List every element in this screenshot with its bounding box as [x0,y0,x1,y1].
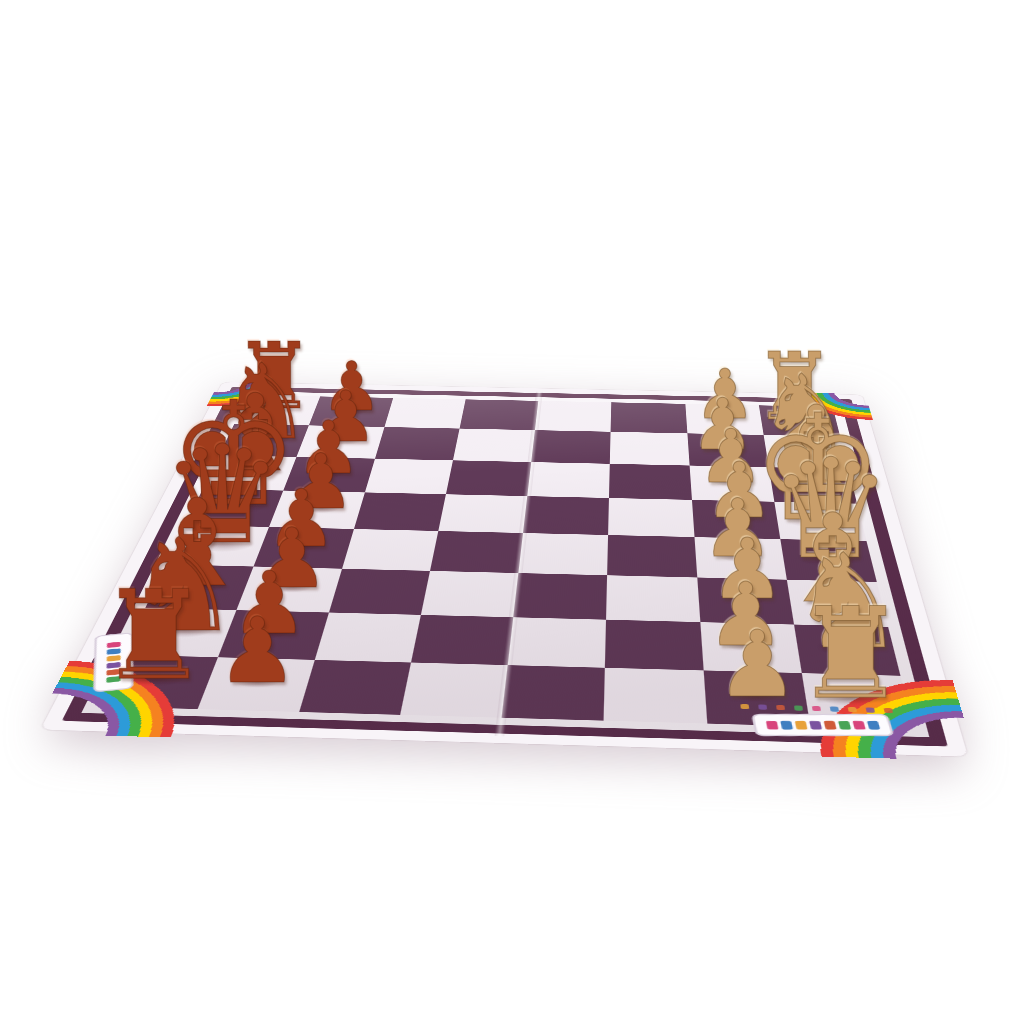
piece-black-rook: ♜ [99,575,209,698]
piece-black-pawn: ♟ [217,606,298,697]
chess-set-product-photo: ♜♟♟♜♞♟♟♞♝♟♟♝♚♟♟♚♛♟♟♛♝♟♟♝♞♟♟♞♜♟♟♜ [0,0,1024,1024]
piece-white-pawn: ♟ [716,619,798,711]
pieces-layer: ♜♟♟♜♞♟♟♞♝♟♟♝♚♟♟♚♛♟♟♛♝♟♟♝♞♟♟♞♜♟♟♜ [0,0,1024,1024]
piece-white-rook: ♜ [794,593,906,718]
